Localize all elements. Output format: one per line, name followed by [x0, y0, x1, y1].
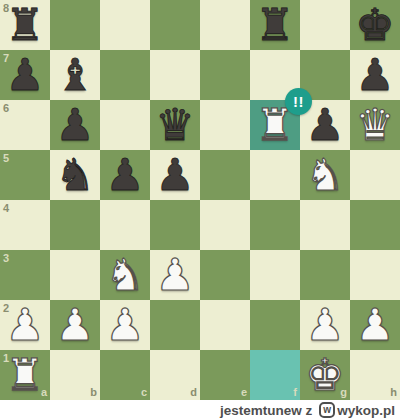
square-g1[interactable]: g♚︎ — [300, 350, 350, 400]
square-h1[interactable]: h — [350, 350, 400, 400]
square-e8[interactable] — [200, 0, 250, 50]
square-g4[interactable] — [300, 200, 350, 250]
square-d4[interactable] — [150, 200, 200, 250]
piece-white-pawn[interactable]: ♟︎ — [100, 300, 150, 350]
piece-black-king[interactable]: ♚︎ — [350, 0, 400, 50]
piece-white-pawn[interactable]: ♟︎ — [350, 300, 400, 350]
file-label-h: h — [390, 387, 397, 398]
square-b4[interactable] — [50, 200, 100, 250]
file-label-e: e — [241, 387, 247, 398]
square-f2[interactable] — [250, 300, 300, 350]
square-g2[interactable]: ♟︎ — [300, 300, 350, 350]
piece-white-pawn[interactable]: ♟︎ — [150, 250, 200, 300]
chess-app: 8♜︎♜︎♚︎7♟︎♝︎♟︎6♟︎♛︎♜︎♟︎♛︎5♞︎♟︎♟︎♞︎43♞︎♟︎… — [0, 0, 400, 420]
wykop-logo-icon: w — [319, 402, 335, 418]
square-d7[interactable] — [150, 50, 200, 100]
square-e6[interactable] — [200, 100, 250, 150]
square-a4[interactable]: 4 — [0, 200, 50, 250]
piece-black-pawn[interactable]: ♟︎ — [0, 50, 50, 100]
square-d8[interactable] — [150, 0, 200, 50]
piece-black-pawn[interactable]: ♟︎ — [50, 100, 100, 150]
square-h7[interactable]: ♟︎ — [350, 50, 400, 100]
piece-black-pawn[interactable]: ♟︎ — [100, 150, 150, 200]
square-h2[interactable]: ♟︎ — [350, 300, 400, 350]
square-h8[interactable]: ♚︎ — [350, 0, 400, 50]
square-a1[interactable]: 1a♜︎ — [0, 350, 50, 400]
file-label-b: b — [90, 387, 97, 398]
piece-white-pawn[interactable]: ♟︎ — [0, 300, 50, 350]
square-f5[interactable] — [250, 150, 300, 200]
square-a6[interactable]: 6 — [0, 100, 50, 150]
square-h4[interactable] — [350, 200, 400, 250]
brilliant-move-badge: !! — [285, 88, 312, 115]
square-d2[interactable] — [150, 300, 200, 350]
piece-black-pawn[interactable]: ♟︎ — [150, 150, 200, 200]
rank-label-5: 5 — [3, 153, 9, 164]
square-f8[interactable]: ♜︎ — [250, 0, 300, 50]
watermark-bar: jestemtunew z w wykop.pl — [0, 400, 400, 420]
square-b7[interactable]: ♝︎ — [50, 50, 100, 100]
square-c8[interactable] — [100, 0, 150, 50]
square-d3[interactable]: ♟︎ — [150, 250, 200, 300]
square-c6[interactable] — [100, 100, 150, 150]
square-g8[interactable] — [300, 0, 350, 50]
piece-white-king[interactable]: ♚︎ — [300, 350, 350, 400]
file-label-d: d — [190, 387, 197, 398]
square-a3[interactable]: 3 — [0, 250, 50, 300]
watermark-site: wykop.pl — [337, 403, 395, 418]
square-c5[interactable]: ♟︎ — [100, 150, 150, 200]
piece-black-knight[interactable]: ♞︎ — [50, 150, 100, 200]
square-d5[interactable]: ♟︎ — [150, 150, 200, 200]
file-label-c: c — [141, 387, 147, 398]
square-c4[interactable] — [100, 200, 150, 250]
square-f4[interactable] — [250, 200, 300, 250]
piece-black-rook[interactable]: ♜︎ — [250, 0, 300, 50]
square-h3[interactable] — [350, 250, 400, 300]
square-h6[interactable]: ♛︎ — [350, 100, 400, 150]
square-g5[interactable]: ♞︎ — [300, 150, 350, 200]
square-e5[interactable] — [200, 150, 250, 200]
square-a5[interactable]: 5 — [0, 150, 50, 200]
square-c7[interactable] — [100, 50, 150, 100]
square-b1[interactable]: b — [50, 350, 100, 400]
square-b3[interactable] — [50, 250, 100, 300]
piece-white-rook[interactable]: ♜︎ — [0, 350, 50, 400]
square-d1[interactable]: d — [150, 350, 200, 400]
square-c3[interactable]: ♞︎ — [100, 250, 150, 300]
square-c2[interactable]: ♟︎ — [100, 300, 150, 350]
square-e4[interactable] — [200, 200, 250, 250]
piece-black-queen[interactable]: ♛︎ — [150, 100, 200, 150]
square-e7[interactable] — [200, 50, 250, 100]
square-a2[interactable]: 2♟︎ — [0, 300, 50, 350]
piece-white-knight[interactable]: ♞︎ — [300, 150, 350, 200]
piece-white-pawn[interactable]: ♟︎ — [50, 300, 100, 350]
square-e3[interactable] — [200, 250, 250, 300]
square-e1[interactable]: e — [200, 350, 250, 400]
square-d6[interactable]: ♛︎ — [150, 100, 200, 150]
file-label-f: f — [293, 387, 297, 398]
watermark-credit: jestemtunew z — [220, 403, 312, 418]
square-a7[interactable]: 7♟︎ — [0, 50, 50, 100]
rank-label-4: 4 — [3, 203, 9, 214]
piece-black-rook[interactable]: ♜︎ — [0, 0, 50, 50]
rank-label-3: 3 — [3, 253, 9, 264]
square-h5[interactable] — [350, 150, 400, 200]
piece-white-knight[interactable]: ♞︎ — [100, 250, 150, 300]
piece-white-queen[interactable]: ♛︎ — [350, 100, 400, 150]
rank-label-6: 6 — [3, 103, 9, 114]
square-b6[interactable]: ♟︎ — [50, 100, 100, 150]
piece-black-pawn[interactable]: ♟︎ — [350, 50, 400, 100]
square-e2[interactable] — [200, 300, 250, 350]
brilliant-move-badge-label: !! — [293, 93, 304, 110]
piece-black-bishop[interactable]: ♝︎ — [50, 50, 100, 100]
square-g3[interactable] — [300, 250, 350, 300]
square-b8[interactable] — [50, 0, 100, 50]
chess-board: 8♜︎♜︎♚︎7♟︎♝︎♟︎6♟︎♛︎♜︎♟︎♛︎5♞︎♟︎♟︎♞︎43♞︎♟︎… — [0, 0, 400, 400]
square-a8[interactable]: 8♜︎ — [0, 0, 50, 50]
square-f3[interactable] — [250, 250, 300, 300]
square-f1[interactable]: f — [250, 350, 300, 400]
square-b2[interactable]: ♟︎ — [50, 300, 100, 350]
square-c1[interactable]: c — [100, 350, 150, 400]
square-b5[interactable]: ♞︎ — [50, 150, 100, 200]
piece-white-pawn[interactable]: ♟︎ — [300, 300, 350, 350]
